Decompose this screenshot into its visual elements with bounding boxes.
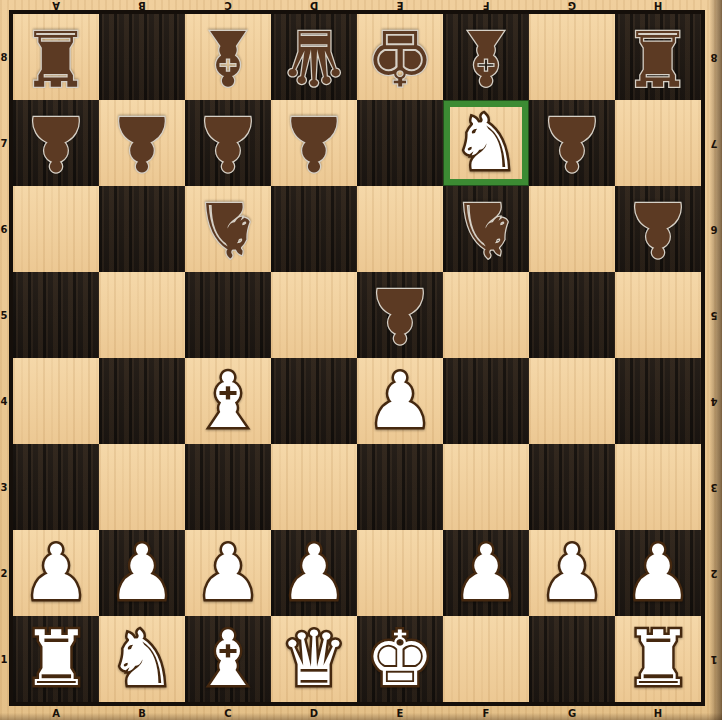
square-b5[interactable]	[99, 272, 185, 358]
file-label-d-bottom: D	[310, 708, 318, 719]
square-e4[interactable]: ♟	[357, 358, 443, 444]
file-label-d-top: D	[310, 0, 318, 11]
square-h8[interactable]: ♜	[615, 14, 701, 100]
square-c3[interactable]	[185, 444, 271, 530]
square-g7[interactable]: ♟	[529, 100, 615, 186]
file-label-b-bottom: B	[138, 708, 146, 719]
square-c7[interactable]: ♟	[185, 100, 271, 186]
square-g1[interactable]	[529, 616, 615, 702]
piece-white-bishop[interactable]: ♝	[185, 358, 271, 444]
square-h6[interactable]: ♟	[615, 186, 701, 272]
square-g4[interactable]	[529, 358, 615, 444]
piece-white-queen[interactable]: ♛	[271, 616, 357, 702]
square-b4[interactable]	[99, 358, 185, 444]
square-g3[interactable]	[529, 444, 615, 530]
square-f3[interactable]	[443, 444, 529, 530]
square-d2[interactable]: ♟	[271, 530, 357, 616]
square-f7[interactable]: ♞	[443, 100, 529, 186]
square-a7[interactable]: ♟	[13, 100, 99, 186]
board-frame: ♜♝♛♚♝♜♟♟♟♟♞♟♞♞♟♟♝♟♟♟♟♟♟♟♟♜♞♝♛♚♜	[9, 10, 705, 706]
square-e7[interactable]	[357, 100, 443, 186]
square-c2[interactable]: ♟	[185, 530, 271, 616]
piece-black-rook[interactable]: ♜	[615, 14, 701, 100]
square-d3[interactable]	[271, 444, 357, 530]
rank-label-5-left: 5	[1, 310, 8, 321]
rank-label-8-left: 8	[1, 52, 8, 63]
piece-white-knight[interactable]: ♞	[99, 616, 185, 702]
square-f8[interactable]: ♝	[443, 14, 529, 100]
square-a6[interactable]	[13, 186, 99, 272]
square-b7[interactable]: ♟	[99, 100, 185, 186]
square-g5[interactable]	[529, 272, 615, 358]
square-e3[interactable]	[357, 444, 443, 530]
square-b1[interactable]: ♞	[99, 616, 185, 702]
square-c4[interactable]: ♝	[185, 358, 271, 444]
file-label-f-bottom: F	[483, 708, 490, 719]
file-label-h-top: H	[654, 0, 662, 11]
rank-label-5-right: 5	[711, 310, 718, 321]
piece-black-pawn[interactable]: ♟	[357, 272, 443, 358]
piece-black-knight[interactable]: ♞	[185, 186, 271, 272]
square-f6[interactable]: ♞	[443, 186, 529, 272]
file-label-e-bottom: E	[397, 708, 404, 719]
piece-black-queen[interactable]: ♛	[271, 14, 357, 100]
rank-label-2-right: 2	[711, 568, 718, 579]
square-f1[interactable]	[443, 616, 529, 702]
square-b6[interactable]	[99, 186, 185, 272]
piece-black-bishop[interactable]: ♝	[443, 14, 529, 100]
piece-black-pawn[interactable]: ♟	[99, 100, 185, 186]
piece-white-knight[interactable]: ♞	[443, 100, 529, 186]
rank-label-7-left: 7	[1, 138, 8, 149]
file-label-a-top: A	[52, 0, 60, 11]
piece-white-pawn[interactable]: ♟	[99, 530, 185, 616]
square-c6[interactable]: ♞	[185, 186, 271, 272]
file-label-e-top: E	[397, 0, 404, 11]
square-g8[interactable]	[529, 14, 615, 100]
piece-black-knight[interactable]: ♞	[443, 186, 529, 272]
piece-white-bishop[interactable]: ♝	[185, 616, 271, 702]
file-label-b-top: B	[138, 0, 146, 11]
piece-black-pawn[interactable]: ♟	[185, 100, 271, 186]
piece-black-king[interactable]: ♚	[357, 14, 443, 100]
square-f5[interactable]	[443, 272, 529, 358]
piece-white-pawn[interactable]: ♟	[615, 530, 701, 616]
square-a5[interactable]	[13, 272, 99, 358]
file-label-g-top: G	[568, 0, 576, 11]
piece-black-bishop[interactable]: ♝	[185, 14, 271, 100]
rank-label-3-left: 3	[1, 482, 8, 493]
square-e1[interactable]: ♚	[357, 616, 443, 702]
square-d5[interactable]	[271, 272, 357, 358]
file-label-h-bottom: H	[654, 708, 662, 719]
square-e2[interactable]	[357, 530, 443, 616]
rank-label-4-right: 4	[711, 396, 718, 407]
rank-label-8-right: 8	[711, 52, 718, 63]
piece-white-king[interactable]: ♚	[357, 616, 443, 702]
square-d6[interactable]	[271, 186, 357, 272]
rank-label-6-left: 6	[1, 224, 8, 235]
square-h5[interactable]	[615, 272, 701, 358]
rank-label-1-left: 1	[1, 654, 8, 665]
piece-black-pawn[interactable]: ♟	[615, 186, 701, 272]
rank-label-2-left: 2	[1, 568, 8, 579]
square-d4[interactable]	[271, 358, 357, 444]
piece-white-pawn[interactable]: ♟	[443, 530, 529, 616]
piece-white-pawn[interactable]: ♟	[529, 530, 615, 616]
square-a1[interactable]: ♜	[13, 616, 99, 702]
chess-board: ♜♝♛♚♝♜♟♟♟♟♞♟♞♞♟♟♝♟♟♟♟♟♟♟♟♜♞♝♛♚♜	[13, 14, 701, 702]
square-b3[interactable]	[99, 444, 185, 530]
square-c1[interactable]: ♝	[185, 616, 271, 702]
piece-black-rook[interactable]: ♜	[13, 14, 99, 100]
piece-white-pawn[interactable]: ♟	[357, 358, 443, 444]
square-h2[interactable]: ♟	[615, 530, 701, 616]
square-h3[interactable]	[615, 444, 701, 530]
file-label-f-top: F	[483, 0, 490, 11]
piece-black-pawn[interactable]: ♟	[529, 100, 615, 186]
square-a4[interactable]	[13, 358, 99, 444]
square-f4[interactable]	[443, 358, 529, 444]
file-label-g-bottom: G	[568, 708, 576, 719]
square-a8[interactable]: ♜	[13, 14, 99, 100]
square-e6[interactable]	[357, 186, 443, 272]
piece-white-pawn[interactable]: ♟	[13, 530, 99, 616]
file-label-c-bottom: C	[224, 708, 231, 719]
rank-label-6-right: 6	[711, 224, 718, 235]
square-c5[interactable]	[185, 272, 271, 358]
square-e5[interactable]: ♟	[357, 272, 443, 358]
chess-app-page: ♜♝♛♚♝♜♟♟♟♟♞♟♞♞♟♟♝♟♟♟♟♟♟♟♟♜♞♝♛♚♜ AABBCCDD…	[0, 0, 722, 720]
square-d1[interactable]: ♛	[271, 616, 357, 702]
square-g2[interactable]: ♟	[529, 530, 615, 616]
square-b8[interactable]	[99, 14, 185, 100]
rank-label-1-right: 1	[711, 654, 718, 665]
file-label-a-bottom: A	[52, 708, 60, 719]
square-a3[interactable]	[13, 444, 99, 530]
square-g6[interactable]	[529, 186, 615, 272]
piece-white-pawn[interactable]: ♟	[185, 530, 271, 616]
piece-black-pawn[interactable]: ♟	[271, 100, 357, 186]
square-f2[interactable]: ♟	[443, 530, 529, 616]
file-label-c-top: C	[224, 0, 231, 11]
piece-white-pawn[interactable]: ♟	[271, 530, 357, 616]
piece-black-pawn[interactable]: ♟	[13, 100, 99, 186]
square-d7[interactable]: ♟	[271, 100, 357, 186]
piece-white-rook[interactable]: ♜	[13, 616, 99, 702]
rank-label-4-left: 4	[1, 396, 8, 407]
square-e8[interactable]: ♚	[357, 14, 443, 100]
square-d8[interactable]: ♛	[271, 14, 357, 100]
piece-white-rook[interactable]: ♜	[615, 616, 701, 702]
square-h1[interactable]: ♜	[615, 616, 701, 702]
square-b2[interactable]: ♟	[99, 530, 185, 616]
rank-label-3-right: 3	[711, 482, 718, 493]
rank-label-7-right: 7	[711, 138, 718, 149]
square-a2[interactable]: ♟	[13, 530, 99, 616]
square-h4[interactable]	[615, 358, 701, 444]
square-h7[interactable]	[615, 100, 701, 186]
square-c8[interactable]: ♝	[185, 14, 271, 100]
